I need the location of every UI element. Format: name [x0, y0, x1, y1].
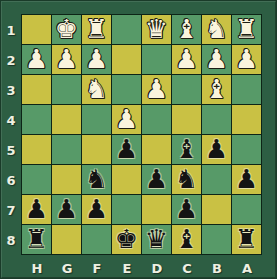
square-b6[interactable] [202, 165, 231, 194]
square-e8[interactable]: ♚ [112, 225, 141, 254]
square-e3[interactable] [112, 75, 141, 104]
square-h3[interactable] [22, 75, 51, 104]
black-pawn-piece[interactable]: ♟ [205, 136, 228, 162]
square-c4[interactable] [172, 105, 201, 134]
square-d2[interactable] [142, 45, 171, 74]
square-h4[interactable] [22, 105, 51, 134]
white-pawn-piece[interactable]: ♟ [115, 106, 138, 132]
square-d7[interactable] [142, 195, 171, 224]
square-f1[interactable]: ♜ [82, 15, 111, 44]
black-pawn-piece[interactable]: ♟ [55, 196, 78, 222]
square-c3[interactable] [172, 75, 201, 104]
square-b7[interactable] [202, 195, 231, 224]
square-c5[interactable]: ♝ [172, 135, 201, 164]
file-label-g: G [52, 256, 82, 279]
black-pawn-piece[interactable]: ♟ [175, 196, 198, 222]
square-c6[interactable]: ♞ [172, 165, 201, 194]
black-rook-piece[interactable]: ♜ [235, 226, 258, 252]
square-a2[interactable]: ♟ [232, 45, 261, 74]
square-e1[interactable] [112, 15, 141, 44]
rank-labels: 12345678 [1, 15, 21, 255]
square-d8[interactable]: ♛ [142, 225, 171, 254]
file-label-h: H [22, 256, 52, 279]
square-f8[interactable] [82, 225, 111, 254]
square-d1[interactable]: ♛ [142, 15, 171, 44]
square-f5[interactable] [82, 135, 111, 164]
rank-label-7: 7 [1, 195, 21, 225]
white-pawn-piece[interactable]: ♟ [25, 46, 48, 72]
square-g4[interactable] [52, 105, 81, 134]
square-c7[interactable]: ♟ [172, 195, 201, 224]
rank-label-6: 6 [1, 165, 21, 195]
white-pawn-piece[interactable]: ♟ [55, 46, 78, 72]
white-bishop-piece[interactable]: ♝ [205, 76, 228, 102]
black-pawn-piece[interactable]: ♟ [85, 196, 108, 222]
file-label-b: B [202, 256, 232, 279]
chess-board: ♚♜♛♝♞♜♟♟♟♟♟♟♞♟♝♟♟♝♟♞♟♞♟♟♟♟♟♜♚♛♝♜ [21, 14, 262, 255]
white-pawn-piece[interactable]: ♟ [235, 46, 258, 72]
square-g7[interactable]: ♟ [52, 195, 81, 224]
square-f7[interactable]: ♟ [82, 195, 111, 224]
file-label-d: D [142, 256, 172, 279]
square-c2[interactable]: ♟ [172, 45, 201, 74]
white-king-piece[interactable]: ♚ [55, 16, 78, 42]
square-a5[interactable] [232, 135, 261, 164]
square-d6[interactable]: ♟ [142, 165, 171, 194]
square-f3[interactable]: ♞ [82, 75, 111, 104]
rank-label-1: 1 [1, 15, 21, 45]
black-bishop-piece[interactable]: ♝ [175, 226, 198, 252]
square-a7[interactable] [232, 195, 261, 224]
square-g5[interactable] [52, 135, 81, 164]
square-h7[interactable]: ♟ [22, 195, 51, 224]
square-d4[interactable] [142, 105, 171, 134]
white-rook-piece[interactable]: ♜ [85, 16, 108, 42]
white-pawn-piece[interactable]: ♟ [145, 76, 168, 102]
square-a8[interactable]: ♜ [232, 225, 261, 254]
black-pawn-piece[interactable]: ♟ [115, 136, 138, 162]
square-h2[interactable]: ♟ [22, 45, 51, 74]
square-e6[interactable] [112, 165, 141, 194]
white-pawn-piece[interactable]: ♟ [205, 46, 228, 72]
square-a3[interactable] [232, 75, 261, 104]
file-label-a: A [232, 256, 262, 279]
white-queen-piece[interactable]: ♛ [145, 16, 168, 42]
square-g1[interactable]: ♚ [52, 15, 81, 44]
square-h5[interactable] [22, 135, 51, 164]
square-f4[interactable] [82, 105, 111, 134]
square-c1[interactable]: ♝ [172, 15, 201, 44]
white-bishop-piece[interactable]: ♝ [175, 16, 198, 42]
chess-board-frame: 12345678 ♚♜♛♝♞♜♟♟♟♟♟♟♞♟♝♟♟♝♟♞♟♞♟♟♟♟♟♜♚♛♝… [0, 0, 277, 279]
white-knight-piece[interactable]: ♞ [85, 76, 108, 102]
square-f2[interactable]: ♟ [82, 45, 111, 74]
white-pawn-piece[interactable]: ♟ [85, 46, 108, 72]
square-b2[interactable]: ♟ [202, 45, 231, 74]
square-b1[interactable]: ♞ [202, 15, 231, 44]
file-label-e: E [112, 256, 142, 279]
rank-label-3: 3 [1, 75, 21, 105]
square-b4[interactable] [202, 105, 231, 134]
square-e5[interactable]: ♟ [112, 135, 141, 164]
rank-label-8: 8 [1, 225, 21, 255]
square-d5[interactable] [142, 135, 171, 164]
file-label-c: C [172, 256, 202, 279]
black-pawn-piece[interactable]: ♟ [145, 166, 168, 192]
square-e2[interactable] [112, 45, 141, 74]
square-f6[interactable]: ♞ [82, 165, 111, 194]
square-h6[interactable] [22, 165, 51, 194]
square-g6[interactable] [52, 165, 81, 194]
white-knight-piece[interactable]: ♞ [205, 16, 228, 42]
white-rook-piece[interactable]: ♜ [235, 16, 258, 42]
file-labels: HGFEDCBA [22, 256, 262, 279]
square-h8[interactable]: ♜ [22, 225, 51, 254]
black-bishop-piece[interactable]: ♝ [175, 136, 198, 162]
square-g8[interactable] [52, 225, 81, 254]
square-d3[interactable]: ♟ [142, 75, 171, 104]
white-pawn-piece[interactable]: ♟ [175, 46, 198, 72]
file-label-f: F [82, 256, 112, 279]
black-rook-piece[interactable]: ♜ [25, 226, 48, 252]
square-e7[interactable] [112, 195, 141, 224]
rank-label-2: 2 [1, 45, 21, 75]
square-a6[interactable]: ♟ [232, 165, 261, 194]
black-king-piece[interactable]: ♚ [115, 226, 138, 252]
rank-label-5: 5 [1, 135, 21, 165]
square-g3[interactable] [52, 75, 81, 104]
black-pawn-piece[interactable]: ♟ [25, 196, 48, 222]
rank-label-4: 4 [1, 105, 21, 135]
square-b3[interactable]: ♝ [202, 75, 231, 104]
square-a1[interactable]: ♜ [232, 15, 261, 44]
square-h1[interactable] [22, 15, 51, 44]
black-pawn-piece[interactable]: ♟ [235, 166, 258, 192]
square-c8[interactable]: ♝ [172, 225, 201, 254]
square-b5[interactable]: ♟ [202, 135, 231, 164]
square-a4[interactable] [232, 105, 261, 134]
square-e4[interactable]: ♟ [112, 105, 141, 134]
black-knight-piece[interactable]: ♞ [85, 166, 108, 192]
square-g2[interactable]: ♟ [52, 45, 81, 74]
black-queen-piece[interactable]: ♛ [145, 226, 168, 252]
square-b8[interactable] [202, 225, 231, 254]
black-knight-piece[interactable]: ♞ [175, 166, 198, 192]
